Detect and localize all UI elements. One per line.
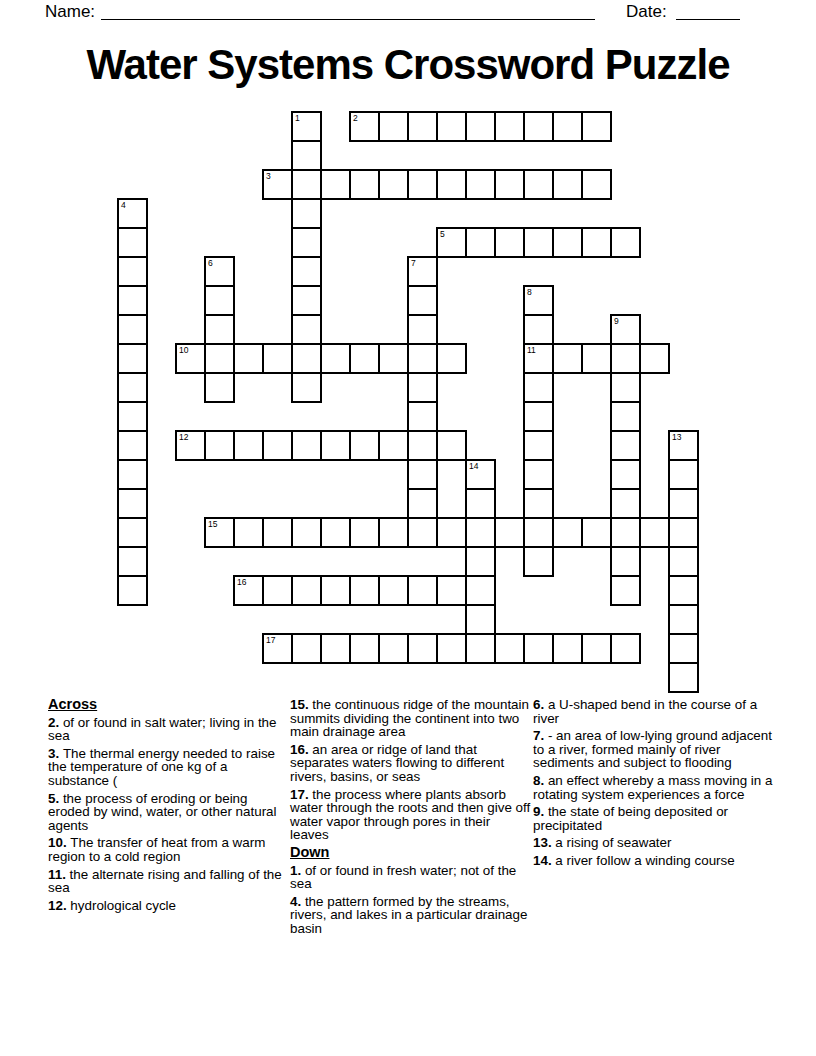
grid-cell[interactable]: [233, 517, 264, 548]
clue-number: 15: [208, 519, 217, 529]
grid-cell[interactable]: [349, 430, 380, 461]
clue-number: 14: [469, 461, 478, 471]
grid-cell[interactable]: [378, 111, 409, 142]
grid-cell[interactable]: [349, 575, 380, 606]
grid-cell[interactable]: [639, 517, 670, 548]
grid-cell[interactable]: [523, 314, 554, 345]
clues-column-1: Across2. of or found in salt water; livi…: [48, 698, 290, 916]
grid-cell[interactable]: [291, 285, 322, 316]
grid-cell[interactable]: [291, 343, 322, 374]
clue-number: 8: [527, 287, 532, 297]
grid-cell[interactable]: [378, 169, 409, 200]
grid-cell[interactable]: [262, 517, 293, 548]
grid-cell[interactable]: [494, 633, 525, 664]
grid-cell[interactable]: 15: [204, 517, 235, 548]
clue-text: the continuous ridge of the mountain sum…: [290, 697, 529, 739]
grid-cell[interactable]: [407, 633, 438, 664]
grid-cell[interactable]: [581, 517, 612, 548]
clue-text: of or found in fresh water; not of the s…: [290, 863, 516, 892]
clue-text: the pattern formed by the streams, river…: [290, 894, 527, 936]
grid-cell[interactable]: [407, 111, 438, 142]
grid-cell[interactable]: [204, 430, 235, 461]
grid-cell[interactable]: [581, 169, 612, 200]
clue-number: 7: [411, 258, 416, 268]
grid-cell[interactable]: [668, 517, 699, 548]
clue-text: an effect whereby a mass moving in a rot…: [533, 773, 772, 802]
grid-cell[interactable]: [407, 285, 438, 316]
grid-cell[interactable]: [349, 633, 380, 664]
grid-cell[interactable]: [117, 314, 148, 345]
clue-text: The thermal energy needed to raise the t…: [48, 746, 275, 788]
grid-cell[interactable]: 16: [233, 575, 264, 606]
grid-cell[interactable]: [610, 401, 641, 432]
down-clue-7: 7. - an area of low-lying ground adjacen…: [533, 729, 775, 770]
grid-cell[interactable]: [523, 227, 554, 258]
grid-cell[interactable]: [465, 546, 496, 577]
grid-cell[interactable]: [552, 169, 583, 200]
grid-cell[interactable]: [465, 575, 496, 606]
grid-cell[interactable]: [320, 517, 351, 548]
grid-cell[interactable]: [291, 169, 322, 200]
across-clue-12: 12. hydrological cycle: [48, 899, 290, 913]
clue-number: 17: [266, 635, 275, 645]
grid-cell[interactable]: 1: [291, 111, 322, 142]
grid-cell[interactable]: [407, 372, 438, 403]
grid-cell[interactable]: [117, 488, 148, 519]
grid-cell[interactable]: [407, 343, 438, 374]
grid-cell[interactable]: [320, 575, 351, 606]
grid-cell[interactable]: [320, 430, 351, 461]
grid-cell[interactable]: [523, 401, 554, 432]
clue-text: - an area of low-lying ground adjacent t…: [533, 728, 772, 770]
clue-number: 11: [527, 345, 536, 355]
grid-cell[interactable]: [378, 517, 409, 548]
clue-text: the process of eroding or being eroded b…: [48, 791, 277, 833]
grid-cell[interactable]: [436, 430, 467, 461]
down-clue-14: 14. a river follow a winding course: [533, 854, 775, 868]
grid-cell[interactable]: [320, 169, 351, 200]
grid-cell[interactable]: 12: [175, 430, 206, 461]
grid-cell[interactable]: 9: [610, 314, 641, 345]
grid-cell[interactable]: [668, 459, 699, 490]
down-clue-8: 8. an effect whereby a mass moving in a …: [533, 774, 775, 801]
grid-cell[interactable]: [465, 111, 496, 142]
grid-cell[interactable]: [552, 111, 583, 142]
name-blank-line[interactable]: [101, 19, 595, 20]
clues-column-2: 15. the continuous ridge of the mountain…: [290, 698, 532, 940]
grid-cell[interactable]: [407, 430, 438, 461]
grid-cell[interactable]: [668, 604, 699, 635]
grid-cell[interactable]: [465, 633, 496, 664]
down-clue-6: 6. a U-shaped bend in the course of a ri…: [533, 698, 775, 725]
grid-cell[interactable]: [378, 575, 409, 606]
clue-text: a U-shaped bend in the course of a river: [533, 697, 757, 726]
grid-cell[interactable]: [291, 633, 322, 664]
grid-cell[interactable]: [523, 546, 554, 577]
clue-number: 13: [672, 432, 681, 442]
grid-cell[interactable]: [407, 314, 438, 345]
clue-number: 4: [121, 200, 126, 210]
grid-cell[interactable]: [291, 256, 322, 287]
grid-cell[interactable]: [494, 111, 525, 142]
clue-number: 16: [237, 577, 246, 587]
date-label: Date:: [626, 2, 667, 22]
grid-cell[interactable]: [523, 111, 554, 142]
clue-number: 3: [266, 171, 271, 181]
grid-cell[interactable]: [523, 430, 554, 461]
clue-text: a river follow a winding course: [555, 853, 734, 868]
grid-cell[interactable]: 2: [349, 111, 380, 142]
grid-cell[interactable]: [320, 343, 351, 374]
grid-cell[interactable]: [262, 430, 293, 461]
grid-cell[interactable]: [668, 662, 699, 693]
grid-cell[interactable]: 14: [465, 459, 496, 490]
grid-cell[interactable]: [552, 343, 583, 374]
grid-cell[interactable]: [610, 459, 641, 490]
grid-cell[interactable]: [668, 488, 699, 519]
grid-cell[interactable]: [349, 517, 380, 548]
grid-cell[interactable]: [523, 372, 554, 403]
grid-cell[interactable]: [291, 575, 322, 606]
grid-cell[interactable]: [581, 227, 612, 258]
grid-cell[interactable]: 11: [523, 343, 554, 374]
grid-cell[interactable]: [523, 169, 554, 200]
clue-text: a rising of seawater: [555, 835, 671, 850]
grid-cell[interactable]: [581, 633, 612, 664]
grid-cell[interactable]: [610, 343, 641, 374]
grid-cell[interactable]: [407, 459, 438, 490]
clue-text: of or found in salt water; living in the…: [48, 715, 277, 744]
grid-cell[interactable]: [378, 633, 409, 664]
down-clue-4: 4. the pattern formed by the streams, ri…: [290, 895, 532, 936]
grid-cell[interactable]: [610, 488, 641, 519]
crossword-grid: 1234567891011121314151617: [117, 111, 699, 693]
grid-cell[interactable]: [291, 314, 322, 345]
grid-cell[interactable]: 7: [407, 256, 438, 287]
grid-cell[interactable]: [581, 111, 612, 142]
grid-cell[interactable]: [291, 227, 322, 258]
grid-cell[interactable]: [465, 488, 496, 519]
grid-cell[interactable]: [436, 169, 467, 200]
grid-cell[interactable]: [407, 575, 438, 606]
grid-cell[interactable]: [668, 546, 699, 577]
grid-cell[interactable]: [610, 633, 641, 664]
grid-cell[interactable]: [436, 575, 467, 606]
grid-cell[interactable]: 17: [262, 633, 293, 664]
grid-cell[interactable]: [407, 169, 438, 200]
grid-cell[interactable]: 5: [436, 227, 467, 258]
across-clue-3: 3. The thermal energy needed to raise th…: [48, 747, 290, 788]
grid-cell[interactable]: 6: [204, 256, 235, 287]
across-heading: Across: [48, 698, 290, 712]
across-clue-15: 15. the continuous ridge of the mountain…: [290, 698, 532, 739]
grid-cell[interactable]: [552, 633, 583, 664]
clue-text: an area or ridge of land that separates …: [290, 742, 504, 784]
grid-cell[interactable]: 4: [117, 198, 148, 229]
grid-cell[interactable]: [349, 343, 380, 374]
grid-cell[interactable]: [204, 285, 235, 316]
grid-cell[interactable]: 13: [668, 430, 699, 461]
clue-number: 9: [614, 316, 619, 326]
clues-column-3: 6. a U-shaped bend in the course of a ri…: [533, 698, 775, 872]
across-clue-16: 16. an area or ridge of land that separa…: [290, 743, 532, 784]
grid-cell[interactable]: [349, 169, 380, 200]
clue-number: 12: [179, 432, 188, 442]
grid-cell[interactable]: [610, 430, 641, 461]
down-heading: Down: [290, 846, 532, 860]
grid-cell[interactable]: [610, 517, 641, 548]
grid-cell[interactable]: 8: [523, 285, 554, 316]
clue-number: 1: [295, 113, 300, 123]
clue-label: 14.: [533, 853, 555, 868]
down-clue-13: 13. a rising of seawater: [533, 836, 775, 850]
page-title: Water Systems Crossword Puzzle: [0, 41, 816, 89]
date-blank-line[interactable]: [676, 19, 740, 20]
grid-cell[interactable]: [668, 633, 699, 664]
grid-cell[interactable]: [117, 517, 148, 548]
grid-cell[interactable]: [610, 546, 641, 577]
clue-number: 2: [353, 113, 358, 123]
grid-cell[interactable]: [233, 430, 264, 461]
grid-cell[interactable]: [552, 227, 583, 258]
grid-cell[interactable]: [523, 633, 554, 664]
grid-cell[interactable]: [523, 517, 554, 548]
grid-cell[interactable]: [262, 575, 293, 606]
clue-label: 12.: [48, 898, 70, 913]
name-label: Name:: [45, 2, 95, 22]
grid-cell[interactable]: [117, 343, 148, 374]
grid-cell[interactable]: [378, 343, 409, 374]
grid-cell[interactable]: [494, 227, 525, 258]
grid-cell[interactable]: [436, 343, 467, 374]
grid-cell[interactable]: [581, 343, 612, 374]
grid-cell[interactable]: [117, 227, 148, 258]
down-clue-1: 1. of or found in fresh water; not of th…: [290, 864, 532, 891]
down-clue-9: 9. the state of being deposited or preci…: [533, 805, 775, 832]
grid-cell[interactable]: [233, 343, 264, 374]
grid-cell[interactable]: [291, 517, 322, 548]
grid-cell[interactable]: [523, 488, 554, 519]
grid-cell[interactable]: [465, 169, 496, 200]
grid-cell[interactable]: [291, 372, 322, 403]
clue-text: The transfer of heat from a warm region …: [48, 835, 265, 864]
grid-cell[interactable]: [117, 372, 148, 403]
grid-cell[interactable]: [320, 633, 351, 664]
grid-cell[interactable]: [639, 343, 670, 374]
clue-text: hydrological cycle: [70, 898, 176, 913]
clue-text: the process where plants absorb water th…: [290, 787, 530, 843]
clue-number: 5: [440, 229, 445, 239]
grid-cell[interactable]: [523, 459, 554, 490]
grid-cell[interactable]: [610, 372, 641, 403]
grid-cell[interactable]: [291, 198, 322, 229]
across-clue-10: 10. The transfer of heat from a warm reg…: [48, 836, 290, 863]
across-clue-2: 2. of or found in salt water; living in …: [48, 716, 290, 743]
grid-cell[interactable]: [436, 111, 467, 142]
grid-cell[interactable]: [668, 575, 699, 606]
grid-cell[interactable]: [436, 633, 467, 664]
grid-cell[interactable]: [610, 227, 641, 258]
grid-cell[interactable]: [204, 314, 235, 345]
grid-cell[interactable]: [494, 169, 525, 200]
clue-label: 13.: [533, 835, 555, 850]
grid-cell[interactable]: [378, 430, 409, 461]
clue-number: 10: [179, 345, 188, 355]
grid-cell[interactable]: [117, 546, 148, 577]
grid-cell[interactable]: [465, 227, 496, 258]
grid-cell[interactable]: [407, 488, 438, 519]
across-clue-11: 11. the alternate rising and falling of …: [48, 868, 290, 895]
grid-cell[interactable]: [465, 517, 496, 548]
grid-cell[interactable]: [117, 285, 148, 316]
grid-cell[interactable]: [610, 575, 641, 606]
grid-cell[interactable]: [117, 401, 148, 432]
grid-cell[interactable]: [552, 517, 583, 548]
grid-cell[interactable]: [494, 517, 525, 548]
grid-cell[interactable]: [117, 256, 148, 287]
grid-cell[interactable]: [204, 372, 235, 403]
grid-cell[interactable]: [436, 517, 467, 548]
grid-cell[interactable]: 3: [262, 169, 293, 200]
grid-cell[interactable]: 10: [175, 343, 206, 374]
grid-cell[interactable]: [407, 401, 438, 432]
grid-cell[interactable]: [117, 430, 148, 461]
clue-number: 6: [208, 258, 213, 268]
grid-cell[interactable]: [291, 430, 322, 461]
grid-cell[interactable]: [407, 517, 438, 548]
across-clue-17: 17. the process where plants absorb wate…: [290, 788, 532, 842]
grid-cell[interactable]: [117, 575, 148, 606]
grid-cell[interactable]: [291, 140, 322, 171]
grid-cell[interactable]: [204, 343, 235, 374]
grid-cell[interactable]: [117, 459, 148, 490]
grid-cell[interactable]: [465, 604, 496, 635]
clue-text: the state of being deposited or precipit…: [533, 804, 728, 833]
clue-text: the alternate rising and falling of the …: [48, 867, 282, 896]
across-clue-5: 5. the process of eroding or being erode…: [48, 792, 290, 833]
grid-cell[interactable]: [262, 343, 293, 374]
